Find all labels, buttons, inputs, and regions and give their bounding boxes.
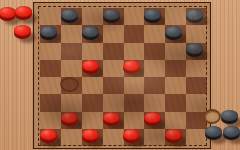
square-r3c6[interactable]: [165, 60, 186, 77]
square-r1c2[interactable]: [82, 25, 103, 42]
square-r5c4[interactable]: [124, 94, 145, 111]
captured-black-checker: [205, 126, 222, 140]
checker-face: [223, 126, 240, 137]
red-checker[interactable]: [40, 129, 57, 143]
square-r3c5: [144, 60, 165, 77]
square-r3c7: [186, 60, 207, 77]
game-window: [0, 0, 240, 150]
captured-red-checker: [15, 6, 32, 20]
red-checker[interactable]: [165, 129, 182, 143]
square-r5c5: [144, 94, 165, 111]
black-checker[interactable]: [186, 9, 203, 23]
square-r2c3[interactable]: [103, 43, 124, 60]
square-r4c4: [124, 77, 145, 94]
square-r3c1: [61, 60, 82, 77]
square-r6c5[interactable]: [144, 112, 165, 129]
square-r4c5[interactable]: [144, 77, 165, 94]
square-r3c0[interactable]: [40, 60, 61, 77]
square-r6c1[interactable]: [61, 112, 82, 129]
black-checker[interactable]: [61, 9, 78, 23]
square-r3c4[interactable]: [124, 60, 145, 77]
square-r0c7[interactable]: [186, 8, 207, 25]
red-checker[interactable]: [61, 112, 78, 126]
square-r6c4: [124, 112, 145, 129]
red-checker[interactable]: [82, 60, 99, 74]
square-r5c2[interactable]: [82, 94, 103, 111]
red-checker[interactable]: [123, 60, 140, 74]
checker-face: [61, 112, 78, 123]
red-checker[interactable]: [123, 129, 140, 143]
captured-red-checker: [0, 7, 16, 21]
square-r4c3[interactable]: [103, 77, 124, 94]
checker-face: [165, 129, 182, 140]
square-r1c6[interactable]: [165, 25, 186, 42]
square-r7c5: [144, 129, 165, 146]
checker-face: [0, 7, 16, 18]
square-r5c7: [186, 94, 207, 111]
square-r3c3: [103, 60, 124, 77]
checker-face: [103, 9, 120, 20]
square-r1c5: [144, 25, 165, 42]
black-checker[interactable]: [165, 26, 182, 40]
red-checker[interactable]: [82, 129, 99, 143]
square-r0c0: [40, 8, 61, 25]
square-r4c6: [165, 77, 186, 94]
red-checker[interactable]: [103, 112, 120, 126]
square-r1c7: [186, 25, 207, 42]
checker-face: [186, 43, 203, 54]
square-r0c5[interactable]: [144, 8, 165, 25]
square-r0c2: [82, 8, 103, 25]
captured-black-checker: [223, 126, 240, 140]
checker-face: [40, 129, 57, 140]
square-r4c0: [40, 77, 61, 94]
checker-face: [103, 112, 120, 123]
square-r2c1[interactable]: [61, 43, 82, 60]
square-r6c2: [82, 112, 103, 129]
empty-capture-slot: [203, 109, 221, 124]
capture-ghost-ring: [60, 77, 79, 92]
square-r1c1: [61, 25, 82, 42]
checker-face: [15, 6, 32, 17]
checker-face: [61, 9, 78, 20]
square-r2c5[interactable]: [144, 43, 165, 60]
black-checker[interactable]: [144, 9, 161, 23]
square-r5c6[interactable]: [165, 94, 186, 111]
square-r7c6[interactable]: [165, 129, 186, 146]
square-r0c3[interactable]: [103, 8, 124, 25]
checker-face: [186, 9, 203, 20]
square-r7c2[interactable]: [82, 129, 103, 146]
square-r3c2[interactable]: [82, 60, 103, 77]
checker-face: [221, 110, 238, 121]
checker-face: [40, 26, 57, 37]
square-r6c0: [40, 112, 61, 129]
square-r7c0[interactable]: [40, 129, 61, 146]
square-r2c0: [40, 43, 61, 60]
square-r7c4[interactable]: [124, 129, 145, 146]
square-r1c3: [103, 25, 124, 42]
checker-face: [165, 26, 182, 37]
square-r2c4: [124, 43, 145, 60]
square-r2c6: [165, 43, 186, 60]
checker-face: [14, 25, 31, 36]
checker-face: [82, 60, 99, 71]
black-checker[interactable]: [103, 9, 120, 23]
square-r0c1[interactable]: [61, 8, 82, 25]
board-squares: [40, 8, 207, 146]
checker-face: [82, 129, 99, 140]
square-r4c1[interactable]: [61, 77, 82, 94]
red-checker[interactable]: [144, 112, 161, 126]
square-r5c3: [103, 94, 124, 111]
square-r0c6: [165, 8, 186, 25]
square-r2c7[interactable]: [186, 43, 207, 60]
square-r4c2: [82, 77, 103, 94]
black-checker[interactable]: [186, 43, 203, 57]
captured-red-checker: [14, 25, 31, 39]
checker-face: [82, 26, 99, 37]
captured-black-checker: [221, 110, 238, 124]
square-r5c1: [61, 94, 82, 111]
black-checker[interactable]: [82, 26, 99, 40]
square-r1c4[interactable]: [124, 25, 145, 42]
checker-face: [205, 126, 222, 137]
checker-face: [144, 9, 161, 20]
checker-face: [144, 112, 161, 123]
checker-face: [123, 60, 140, 71]
square-r7c1: [61, 129, 82, 146]
square-r0c4: [124, 8, 145, 25]
checkers-board: [33, 2, 211, 149]
square-r4c7[interactable]: [186, 77, 207, 94]
black-checker[interactable]: [40, 26, 57, 40]
square-r6c6: [165, 112, 186, 129]
square-r7c3: [103, 129, 124, 146]
square-r5c0[interactable]: [40, 94, 61, 111]
square-r6c3[interactable]: [103, 112, 124, 129]
checker-face: [123, 129, 140, 140]
square-r1c0[interactable]: [40, 25, 61, 42]
square-r2c2: [82, 43, 103, 60]
